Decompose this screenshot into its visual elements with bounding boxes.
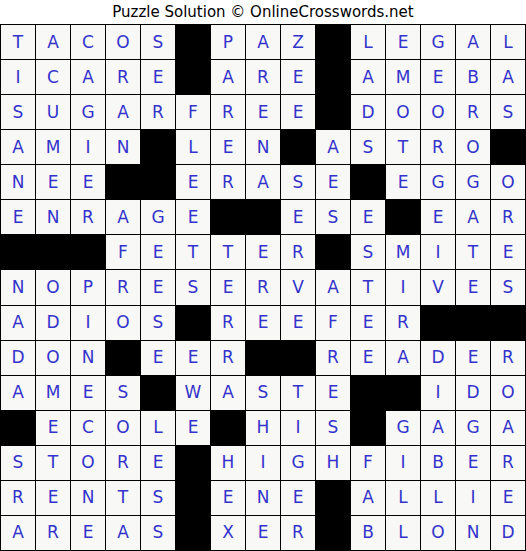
block-cell-r7c3: [71, 235, 105, 269]
letter-cell-r15c8: E: [246, 516, 280, 550]
letter-cell-r12c4: O: [106, 411, 140, 445]
letter-cell-r15c2: R: [36, 516, 70, 550]
letter-cell-r8c12: I: [386, 270, 420, 304]
letter-cell-r10c5: E: [141, 341, 175, 375]
letter-cell-r8c4: R: [106, 270, 140, 304]
letter-cell-r2c3: A: [71, 60, 105, 94]
letter-cell-r11c15: O: [491, 376, 525, 410]
letter-cell-r9c7: R: [211, 306, 245, 340]
letter-cell-r12c10: S: [316, 411, 350, 445]
letter-cell-r2c12: M: [386, 60, 420, 94]
letter-cell-r7c6: T: [176, 235, 210, 269]
block-cell-r15c6: [176, 516, 210, 550]
letter-cell-r6c15: R: [491, 200, 525, 234]
letter-cell-r13c13: B: [421, 446, 455, 480]
letter-cell-r10c12: A: [386, 341, 420, 375]
letter-cell-r7c4: F: [106, 235, 140, 269]
letter-cell-r12c3: C: [71, 411, 105, 445]
letter-cell-r9c11: E: [351, 306, 385, 340]
letter-cell-r3c14: R: [456, 95, 490, 129]
letter-cell-r12c6: E: [176, 411, 210, 445]
letter-cell-r5c6: E: [176, 165, 210, 199]
block-cell-r9c6: [176, 306, 210, 340]
crossword-grid: TACOSPAZLEGALICAREAREAMEBASUGARFREEDOORS…: [0, 24, 526, 551]
letter-cell-r11c4: S: [106, 376, 140, 410]
letter-cell-r2c7: A: [211, 60, 245, 94]
block-cell-r12c11: [351, 411, 385, 445]
letter-cell-r12c8: H: [246, 411, 280, 445]
letter-cell-r5c12: E: [386, 165, 420, 199]
letter-cell-r12c13: A: [421, 411, 455, 445]
letter-cell-r13c3: O: [71, 446, 105, 480]
letter-cell-r4c6: L: [176, 130, 210, 164]
letter-cell-r10c7: R: [211, 341, 245, 375]
letter-cell-r10c13: D: [421, 341, 455, 375]
block-cell-r10c8: [246, 341, 280, 375]
letter-cell-r9c8: E: [246, 306, 280, 340]
letter-cell-r1c13: G: [421, 25, 455, 59]
letter-cell-r1c3: C: [71, 25, 105, 59]
letter-cell-r6c5: G: [141, 200, 175, 234]
letter-cell-r7c15: E: [491, 235, 525, 269]
block-cell-r12c7: [211, 411, 245, 445]
letter-cell-r13c11: F: [351, 446, 385, 480]
letter-cell-r5c9: S: [281, 165, 315, 199]
block-cell-r10c9: [281, 341, 315, 375]
block-cell-r2c10: [316, 60, 350, 94]
letter-cell-r10c14: E: [456, 341, 490, 375]
letter-cell-r14c7: E: [211, 481, 245, 515]
letter-cell-r8c10: A: [316, 270, 350, 304]
letter-cell-r7c12: M: [386, 235, 420, 269]
block-cell-r7c10: [316, 235, 350, 269]
letter-cell-r10c1: D: [1, 341, 35, 375]
letter-cell-r8c15: S: [491, 270, 525, 304]
letter-cell-r3c2: U: [36, 95, 70, 129]
letter-cell-r4c13: R: [421, 130, 455, 164]
letter-cell-r1c2: A: [36, 25, 70, 59]
letter-cell-r7c14: T: [456, 235, 490, 269]
block-cell-r3c10: [316, 95, 350, 129]
letter-cell-r2c14: B: [456, 60, 490, 94]
letter-cell-r3c8: E: [246, 95, 280, 129]
block-cell-r11c11: [351, 376, 385, 410]
letter-cell-r4c8: N: [246, 130, 280, 164]
letter-cell-r14c4: T: [106, 481, 140, 515]
letter-cell-r1c15: L: [491, 25, 525, 59]
letter-cell-r1c14: A: [456, 25, 490, 59]
letter-cell-r8c1: N: [1, 270, 35, 304]
block-cell-r6c12: [386, 200, 420, 234]
letter-cell-r12c12: G: [386, 411, 420, 445]
block-cell-r5c5: [141, 165, 175, 199]
letter-cell-r4c14: O: [456, 130, 490, 164]
letter-cell-r14c1: R: [1, 481, 35, 515]
letter-cell-r11c3: E: [71, 376, 105, 410]
letter-cell-r8c13: V: [421, 270, 455, 304]
letter-cell-r14c2: E: [36, 481, 70, 515]
letter-cell-r13c8: I: [246, 446, 280, 480]
letter-cell-r8c11: T: [351, 270, 385, 304]
page-title: Puzzle Solution © OnlineCrosswords.net: [0, 0, 526, 24]
letter-cell-r5c1: N: [1, 165, 35, 199]
letter-cell-r1c5: S: [141, 25, 175, 59]
letter-cell-r2c2: C: [36, 60, 70, 94]
letter-cell-r14c9: E: [281, 481, 315, 515]
letter-cell-r13c7: H: [211, 446, 245, 480]
letter-cell-r11c7: A: [211, 376, 245, 410]
letter-cell-r5c8: A: [246, 165, 280, 199]
letter-cell-r14c3: N: [71, 481, 105, 515]
letter-cell-r8c8: R: [246, 270, 280, 304]
block-cell-r6c8: [246, 200, 280, 234]
letter-cell-r14c11: A: [351, 481, 385, 515]
letter-cell-r9c12: R: [386, 306, 420, 340]
letter-cell-r8c2: O: [36, 270, 70, 304]
letter-cell-r11c2: M: [36, 376, 70, 410]
letter-cell-r9c4: O: [106, 306, 140, 340]
letter-cell-r9c1: A: [1, 306, 35, 340]
letter-cell-r9c5: S: [141, 306, 175, 340]
letter-cell-r1c11: L: [351, 25, 385, 59]
letter-cell-r3c15: S: [491, 95, 525, 129]
letter-cell-r11c1: A: [1, 376, 35, 410]
letter-cell-r15c15: D: [491, 516, 525, 550]
letter-cell-r7c9: R: [281, 235, 315, 269]
letter-cell-r2c13: E: [421, 60, 455, 94]
letter-cell-r10c6: E: [176, 341, 210, 375]
letter-cell-r2c5: E: [141, 60, 175, 94]
letter-cell-r1c1: T: [1, 25, 35, 59]
letter-cell-r7c13: I: [421, 235, 455, 269]
letter-cell-r12c15: A: [491, 411, 525, 445]
block-cell-r15c10: [316, 516, 350, 550]
block-cell-r4c15: [491, 130, 525, 164]
letter-cell-r6c14: A: [456, 200, 490, 234]
letter-cell-r6c11: E: [351, 200, 385, 234]
letter-cell-r4c11: S: [351, 130, 385, 164]
letter-cell-r12c14: G: [456, 411, 490, 445]
letter-cell-r7c7: T: [211, 235, 245, 269]
block-cell-r9c14: [456, 306, 490, 340]
letter-cell-r2c11: A: [351, 60, 385, 94]
letter-cell-r11c13: I: [421, 376, 455, 410]
letter-cell-r3c5: R: [141, 95, 175, 129]
letter-cell-r6c13: E: [421, 200, 455, 234]
letter-cell-r12c9: I: [281, 411, 315, 445]
letter-cell-r13c4: R: [106, 446, 140, 480]
letter-cell-r13c9: G: [281, 446, 315, 480]
letter-cell-r3c12: O: [386, 95, 420, 129]
letter-cell-r15c7: X: [211, 516, 245, 550]
block-cell-r10c4: [106, 341, 140, 375]
letter-cell-r13c5: E: [141, 446, 175, 480]
letter-cell-r2c4: R: [106, 60, 140, 94]
letter-cell-r8c3: P: [71, 270, 105, 304]
letter-cell-r4c2: M: [36, 130, 70, 164]
letter-cell-r1c12: E: [386, 25, 420, 59]
letter-cell-r1c8: A: [246, 25, 280, 59]
letter-cell-r11c14: D: [456, 376, 490, 410]
letter-cell-r8c5: E: [141, 270, 175, 304]
letter-cell-r11c8: S: [246, 376, 280, 410]
letter-cell-r15c13: O: [421, 516, 455, 550]
letter-cell-r7c8: E: [246, 235, 280, 269]
block-cell-r11c12: [386, 376, 420, 410]
block-cell-r14c6: [176, 481, 210, 515]
letter-cell-r5c10: E: [316, 165, 350, 199]
letter-cell-r11c6: W: [176, 376, 210, 410]
letter-cell-r9c10: F: [316, 306, 350, 340]
letter-cell-r12c5: L: [141, 411, 175, 445]
letter-cell-r4c7: E: [211, 130, 245, 164]
letter-cell-r6c10: S: [316, 200, 350, 234]
block-cell-r4c5: [141, 130, 175, 164]
letter-cell-r2c15: A: [491, 60, 525, 94]
letter-cell-r2c8: R: [246, 60, 280, 94]
block-cell-r14c10: [316, 481, 350, 515]
letter-cell-r10c11: E: [351, 341, 385, 375]
letter-cell-r11c10: E: [316, 376, 350, 410]
letter-cell-r6c2: N: [36, 200, 70, 234]
letter-cell-r14c14: I: [456, 481, 490, 515]
letter-cell-r10c10: R: [316, 341, 350, 375]
block-cell-r7c1: [1, 235, 35, 269]
letter-cell-r6c9: E: [281, 200, 315, 234]
letter-cell-r14c12: L: [386, 481, 420, 515]
letter-cell-r10c2: O: [36, 341, 70, 375]
letter-cell-r4c3: I: [71, 130, 105, 164]
letter-cell-r4c4: N: [106, 130, 140, 164]
letter-cell-r6c6: E: [176, 200, 210, 234]
letter-cell-r3c6: F: [176, 95, 210, 129]
letter-cell-r15c5: S: [141, 516, 175, 550]
letter-cell-r14c15: E: [491, 481, 525, 515]
block-cell-r2c6: [176, 60, 210, 94]
letter-cell-r13c12: I: [386, 446, 420, 480]
letter-cell-r9c3: I: [71, 306, 105, 340]
block-cell-r1c10: [316, 25, 350, 59]
block-cell-r12c1: [1, 411, 35, 445]
letter-cell-r8c6: S: [176, 270, 210, 304]
letter-cell-r3c11: D: [351, 95, 385, 129]
letter-cell-r5c14: G: [456, 165, 490, 199]
letter-cell-r13c2: T: [36, 446, 70, 480]
letter-cell-r5c2: E: [36, 165, 70, 199]
letter-cell-r13c1: S: [1, 446, 35, 480]
letter-cell-r2c9: E: [281, 60, 315, 94]
letter-cell-r15c1: A: [1, 516, 35, 550]
letter-cell-r5c7: R: [211, 165, 245, 199]
letter-cell-r1c7: P: [211, 25, 245, 59]
letter-cell-r3c3: G: [71, 95, 105, 129]
letter-cell-r3c1: S: [1, 95, 35, 129]
letter-cell-r3c7: R: [211, 95, 245, 129]
letter-cell-r15c12: L: [386, 516, 420, 550]
block-cell-r7c2: [36, 235, 70, 269]
letter-cell-r11c9: T: [281, 376, 315, 410]
letter-cell-r4c1: A: [1, 130, 35, 164]
letter-cell-r1c9: Z: [281, 25, 315, 59]
crossword-solution-page: Puzzle Solution © OnlineCrosswords.net T…: [0, 0, 526, 551]
letter-cell-r10c15: R: [491, 341, 525, 375]
letter-cell-r15c3: E: [71, 516, 105, 550]
block-cell-r13c6: [176, 446, 210, 480]
letter-cell-r15c9: R: [281, 516, 315, 550]
letter-cell-r8c9: V: [281, 270, 315, 304]
letter-cell-r15c4: A: [106, 516, 140, 550]
letter-cell-r15c14: N: [456, 516, 490, 550]
block-cell-r1c6: [176, 25, 210, 59]
letter-cell-r8c14: E: [456, 270, 490, 304]
letter-cell-r3c9: E: [281, 95, 315, 129]
letter-cell-r7c11: S: [351, 235, 385, 269]
block-cell-r5c11: [351, 165, 385, 199]
letter-cell-r4c12: T: [386, 130, 420, 164]
letter-cell-r5c3: E: [71, 165, 105, 199]
letter-cell-r14c13: L: [421, 481, 455, 515]
block-cell-r9c15: [491, 306, 525, 340]
letter-cell-r14c8: N: [246, 481, 280, 515]
letter-cell-r8c7: E: [211, 270, 245, 304]
letter-cell-r9c2: D: [36, 306, 70, 340]
block-cell-r9c13: [421, 306, 455, 340]
letter-cell-r6c1: E: [1, 200, 35, 234]
letter-cell-r7c5: E: [141, 235, 175, 269]
letter-cell-r13c15: R: [491, 446, 525, 480]
block-cell-r4c9: [281, 130, 315, 164]
letter-cell-r10c3: N: [71, 341, 105, 375]
letter-cell-r3c4: A: [106, 95, 140, 129]
letter-cell-r5c13: G: [421, 165, 455, 199]
letter-cell-r6c3: R: [71, 200, 105, 234]
block-cell-r6c7: [211, 200, 245, 234]
letter-cell-r12c2: E: [36, 411, 70, 445]
letter-cell-r9c9: E: [281, 306, 315, 340]
letter-cell-r6c4: A: [106, 200, 140, 234]
letter-cell-r13c14: E: [456, 446, 490, 480]
letter-cell-r1c4: O: [106, 25, 140, 59]
letter-cell-r5c15: O: [491, 165, 525, 199]
letter-cell-r15c11: B: [351, 516, 385, 550]
letter-cell-r3c13: O: [421, 95, 455, 129]
letter-cell-r14c5: S: [141, 481, 175, 515]
letter-cell-r4c10: A: [316, 130, 350, 164]
block-cell-r5c4: [106, 165, 140, 199]
letter-cell-r2c1: I: [1, 60, 35, 94]
letter-cell-r13c10: H: [316, 446, 350, 480]
block-cell-r11c5: [141, 376, 175, 410]
